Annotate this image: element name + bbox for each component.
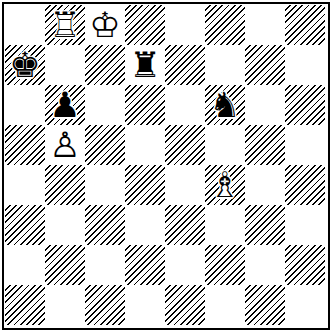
- rook-glyph: ♜: [125, 45, 165, 85]
- square-e7[interactable]: [165, 45, 205, 85]
- square-d7[interactable]: ♜♜: [125, 45, 165, 85]
- square-h2[interactable]: [285, 245, 325, 285]
- square-b8[interactable]: ♜♖: [45, 5, 85, 45]
- black-knight[interactable]: ♞♞: [205, 85, 245, 125]
- white-king[interactable]: ♚♔: [85, 5, 125, 45]
- square-h5[interactable]: [285, 125, 325, 165]
- square-e6[interactable]: [165, 85, 205, 125]
- square-f5[interactable]: [205, 125, 245, 165]
- square-g3[interactable]: [245, 205, 285, 245]
- black-pawn[interactable]: ♟♟: [45, 85, 85, 125]
- square-f1[interactable]: [205, 285, 245, 325]
- square-e4[interactable]: [165, 165, 205, 205]
- square-e2[interactable]: [165, 245, 205, 285]
- square-c4[interactable]: [85, 165, 125, 205]
- square-h1[interactable]: [285, 285, 325, 325]
- black-rook[interactable]: ♜♜: [125, 45, 165, 85]
- square-e3[interactable]: [165, 205, 205, 245]
- square-h4[interactable]: [285, 165, 325, 205]
- square-a6[interactable]: [5, 85, 45, 125]
- square-c2[interactable]: [85, 245, 125, 285]
- square-b1[interactable]: [45, 285, 85, 325]
- square-g2[interactable]: [245, 245, 285, 285]
- square-g4[interactable]: [245, 165, 285, 205]
- pawn-glyph: ♙: [45, 125, 85, 165]
- square-c6[interactable]: [85, 85, 125, 125]
- square-h8[interactable]: [285, 5, 325, 45]
- square-f2[interactable]: [205, 245, 245, 285]
- square-b7[interactable]: [45, 45, 85, 85]
- square-b3[interactable]: [45, 205, 85, 245]
- white-bishop[interactable]: ♝♗: [205, 165, 245, 205]
- square-f7[interactable]: [205, 45, 245, 85]
- square-e8[interactable]: [165, 5, 205, 45]
- square-d8[interactable]: [125, 5, 165, 45]
- king-glyph: ♔: [85, 5, 125, 45]
- square-a4[interactable]: [5, 165, 45, 205]
- square-b2[interactable]: [45, 245, 85, 285]
- square-h6[interactable]: [285, 85, 325, 125]
- square-d3[interactable]: [125, 205, 165, 245]
- white-rook[interactable]: ♜♖: [45, 5, 85, 45]
- king-glyph: ♚: [5, 45, 45, 85]
- square-b6[interactable]: ♟♟: [45, 85, 85, 125]
- square-e5[interactable]: [165, 125, 205, 165]
- square-h3[interactable]: [285, 205, 325, 245]
- square-a2[interactable]: [5, 245, 45, 285]
- black-king[interactable]: ♚♚: [5, 45, 45, 85]
- square-f8[interactable]: [205, 5, 245, 45]
- square-a5[interactable]: [5, 125, 45, 165]
- square-c5[interactable]: [85, 125, 125, 165]
- square-c3[interactable]: [85, 205, 125, 245]
- bishop-glyph: ♗: [205, 165, 245, 205]
- square-d5[interactable]: [125, 125, 165, 165]
- rook-glyph: ♖: [45, 5, 85, 45]
- square-b4[interactable]: [45, 165, 85, 205]
- square-c8[interactable]: ♚♔: [85, 5, 125, 45]
- square-f3[interactable]: [205, 205, 245, 245]
- square-h7[interactable]: [285, 45, 325, 85]
- square-b5[interactable]: ♟♙: [45, 125, 85, 165]
- chess-board: ♜♖♚♔♚♚♜♜♟♟♞♞♟♙♝♗: [5, 5, 325, 325]
- pawn-glyph: ♟: [45, 85, 85, 125]
- square-d4[interactable]: [125, 165, 165, 205]
- square-g6[interactable]: [245, 85, 285, 125]
- square-d2[interactable]: [125, 245, 165, 285]
- chess-diagram: ♜♖♚♔♚♚♜♜♟♟♞♞♟♙♝♗: [0, 0, 332, 332]
- square-f4[interactable]: ♝♗: [205, 165, 245, 205]
- square-a1[interactable]: [5, 285, 45, 325]
- square-g7[interactable]: [245, 45, 285, 85]
- square-g8[interactable]: [245, 5, 285, 45]
- white-pawn[interactable]: ♟♙: [45, 125, 85, 165]
- square-g5[interactable]: [245, 125, 285, 165]
- square-d1[interactable]: [125, 285, 165, 325]
- square-a3[interactable]: [5, 205, 45, 245]
- square-a7[interactable]: ♚♚: [5, 45, 45, 85]
- square-c1[interactable]: [85, 285, 125, 325]
- square-a8[interactable]: [5, 5, 45, 45]
- square-g1[interactable]: [245, 285, 285, 325]
- square-c7[interactable]: [85, 45, 125, 85]
- knight-glyph: ♞: [205, 85, 245, 125]
- square-f6[interactable]: ♞♞: [205, 85, 245, 125]
- square-e1[interactable]: [165, 285, 205, 325]
- square-d6[interactable]: [125, 85, 165, 125]
